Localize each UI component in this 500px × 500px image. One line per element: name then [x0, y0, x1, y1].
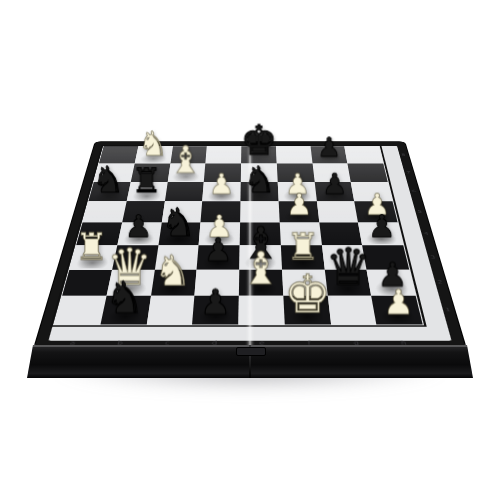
piece-black-pawn-g6[interactable]: ♟ — [322, 170, 348, 199]
piece-white-rook-a3[interactable]: ♜ — [75, 229, 108, 266]
square-h8[interactable] — [345, 146, 384, 163]
piece-black-knight-c4[interactable]: ♞ — [161, 203, 196, 242]
board-frame: ♞♚♟♝♞♜♟♞♟♟♟♟♟♞♟♟♜♟♝♜♛♞♝♛♟♞♟♚♟ abcdefgh 8… — [34, 142, 466, 349]
square-e6[interactable]: ♞ — [240, 182, 278, 202]
piece-black-pawn-g8[interactable]: ♟ — [318, 134, 342, 161]
square-h7[interactable] — [348, 163, 388, 181]
piece-black-rook-b6[interactable]: ♜ — [131, 165, 161, 198]
rank-label-left-1: 1 — [34, 320, 38, 327]
piece-black-knight-a6[interactable]: ♞ — [92, 162, 124, 198]
square-e2[interactable]: ♝ — [239, 270, 283, 296]
rank-label-left-5: 5 — [68, 201, 72, 208]
rank-label-left-7: 7 — [80, 163, 84, 170]
square-a5[interactable] — [83, 201, 127, 222]
frame-front-face — [0, 345, 500, 378]
board-scene: ♞♚♟♝♞♜♟♞♟♟♟♟♟♞♟♟♜♟♝♜♛♞♝♛♟♞♟♚♟ abcdefgh 8… — [0, 86, 500, 370]
piece-white-pawn-h1[interactable]: ♟ — [383, 286, 414, 321]
square-b6[interactable]: ♜ — [126, 182, 167, 202]
square-g6[interactable]: ♟ — [314, 182, 354, 202]
square-f1[interactable]: ♚ — [283, 296, 330, 325]
board-grid: ♞♚♟♝♞♜♟♞♟♟♟♟♟♞♟♟♜♟♝♜♛♞♝♛♟♞♟♚♟ — [54, 146, 423, 324]
rank-label-left-8: 8 — [86, 146, 90, 153]
square-d8[interactable] — [206, 146, 242, 163]
square-b8[interactable]: ♞ — [135, 146, 173, 163]
square-d6[interactable]: ♟ — [202, 182, 240, 202]
square-d1[interactable]: ♟ — [192, 296, 239, 325]
rank-label-left-2: 2 — [44, 284, 48, 291]
piece-black-knight-e6[interactable]: ♞ — [243, 162, 275, 198]
piece-white-king-f1[interactable]: ♚ — [283, 267, 331, 320]
piece-white-bishop-e2[interactable]: ♝ — [241, 246, 282, 291]
square-c1[interactable] — [146, 296, 194, 325]
square-g5[interactable] — [316, 201, 358, 222]
square-c7[interactable]: ♝ — [167, 163, 205, 181]
piece-white-knight-c2[interactable]: ♞ — [154, 250, 192, 292]
square-g1[interactable] — [327, 296, 376, 325]
piece-white-bishop-c7[interactable]: ♝ — [169, 141, 203, 179]
piece-white-rook-f3[interactable]: ♜ — [286, 229, 319, 266]
square-b1[interactable]: ♞ — [100, 296, 150, 325]
square-a6[interactable]: ♞ — [88, 182, 130, 202]
square-f5[interactable]: ♟ — [278, 201, 318, 222]
square-a1[interactable] — [54, 296, 106, 325]
square-c4[interactable]: ♞ — [158, 222, 201, 245]
square-d3[interactable]: ♟ — [197, 245, 240, 269]
square-h1[interactable]: ♟ — [371, 296, 422, 325]
piece-black-knight-b1[interactable]: ♞ — [104, 276, 143, 320]
piece-black-pawn-d3[interactable]: ♟ — [204, 234, 233, 266]
square-f8[interactable] — [276, 146, 312, 163]
rank-label-left-6: 6 — [75, 181, 79, 188]
piece-black-queen-g2[interactable]: ♛ — [326, 241, 372, 292]
piece-white-pawn-d6[interactable]: ♟ — [209, 170, 235, 199]
frame-latch — [236, 347, 266, 356]
piece-white-pawn-f5[interactable]: ♟ — [286, 190, 313, 220]
piece-white-knight-b8[interactable]: ♞ — [138, 127, 168, 161]
product-photo-chess-set: ♞♚♟♝♞♜♟♞♟♟♟♟♟♞♟♟♜♟♝♜♛♞♝♛♟♞♟♚♟ abcdefgh 8… — [0, 0, 500, 500]
square-c6[interactable] — [164, 182, 204, 202]
piece-black-king-e8[interactable]: ♚ — [240, 120, 277, 161]
square-g8[interactable]: ♟ — [310, 146, 347, 163]
rank-label-left-4: 4 — [61, 225, 65, 232]
square-e1[interactable] — [238, 296, 284, 325]
piece-black-pawn-h4[interactable]: ♟ — [368, 211, 396, 242]
rank-label-left-3: 3 — [53, 253, 57, 260]
square-c2[interactable]: ♞ — [150, 270, 196, 296]
piece-black-pawn-d1[interactable]: ♟ — [200, 286, 231, 321]
